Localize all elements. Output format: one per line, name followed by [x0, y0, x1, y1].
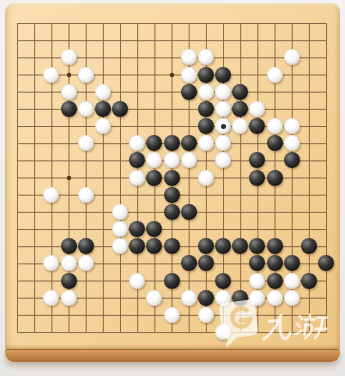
white-stone: [78, 67, 94, 83]
black-stone: [164, 170, 180, 186]
black-stone: [198, 238, 214, 254]
black-stone: [284, 255, 300, 271]
white-stone: [61, 49, 77, 65]
black-stone: [181, 255, 197, 271]
black-stone: [267, 170, 283, 186]
white-stone: [43, 67, 59, 83]
black-stone: [198, 67, 214, 83]
black-stone: [267, 238, 283, 254]
black-stone: [198, 101, 214, 117]
white-stone: [198, 170, 214, 186]
white-stone: [198, 84, 214, 100]
white-stone: [43, 290, 59, 306]
last-move-marker: [221, 124, 226, 129]
black-stone: [78, 238, 94, 254]
white-stone: [129, 273, 145, 289]
black-stone: [198, 118, 214, 134]
white-stone: [267, 118, 283, 134]
star-point: [66, 175, 70, 179]
white-stone: [112, 221, 128, 237]
watermark-cjk-strokes: [261, 308, 329, 348]
white-stone: [78, 101, 94, 117]
white-stone: [181, 67, 197, 83]
white-stone: [284, 273, 300, 289]
black-stone: [181, 135, 197, 151]
black-stone: [164, 187, 180, 203]
black-stone: [61, 273, 77, 289]
white-stone: [284, 118, 300, 134]
black-stone: [267, 273, 283, 289]
black-stone: [198, 290, 214, 306]
black-stone: [95, 101, 111, 117]
white-stone: [78, 135, 94, 151]
black-stone: [318, 255, 334, 271]
black-stone: [249, 170, 265, 186]
watermark: 九游: [219, 298, 329, 350]
white-stone: [181, 152, 197, 168]
black-stone: [61, 101, 77, 117]
board-front-edge: [5, 349, 340, 362]
star-point: [169, 72, 173, 76]
white-stone: [215, 101, 231, 117]
white-stone: [284, 49, 300, 65]
white-stone: [43, 187, 59, 203]
black-stone: [164, 204, 180, 220]
white-stone: [95, 118, 111, 134]
black-stone: [164, 238, 180, 254]
white-stone: [267, 67, 283, 83]
black-stone: [181, 84, 197, 100]
black-stone: [301, 273, 317, 289]
black-stone: [232, 101, 248, 117]
black-stone: [232, 84, 248, 100]
white-stone: [249, 273, 265, 289]
white-stone: [78, 187, 94, 203]
white-stone: [61, 84, 77, 100]
white-stone: [61, 290, 77, 306]
black-stone: [181, 204, 197, 220]
white-stone: [198, 135, 214, 151]
white-stone: [181, 49, 197, 65]
nine-game-logo-icon: [219, 298, 261, 348]
white-stone: [146, 290, 162, 306]
black-stone: [61, 238, 77, 254]
white-stone: [284, 135, 300, 151]
white-stone: [215, 84, 231, 100]
white-stone: [61, 255, 77, 271]
black-stone: [284, 152, 300, 168]
black-stone: [267, 255, 283, 271]
white-stone: [129, 170, 145, 186]
black-stone: [215, 67, 231, 83]
white-stone: [95, 84, 111, 100]
black-stone: [164, 273, 180, 289]
black-stone: [215, 273, 231, 289]
black-stone: [112, 101, 128, 117]
white-stone: [164, 307, 180, 323]
white-stone: [198, 307, 214, 323]
white-stone: [112, 204, 128, 220]
star-point: [66, 72, 70, 76]
black-stone: [301, 238, 317, 254]
white-stone: [215, 118, 231, 134]
black-stone: [267, 135, 283, 151]
white-stone: [164, 152, 180, 168]
white-stone: [181, 290, 197, 306]
go-app-screen: 九游: [0, 0, 345, 376]
black-stone: [164, 135, 180, 151]
black-stone: [146, 170, 162, 186]
white-stone: [78, 255, 94, 271]
